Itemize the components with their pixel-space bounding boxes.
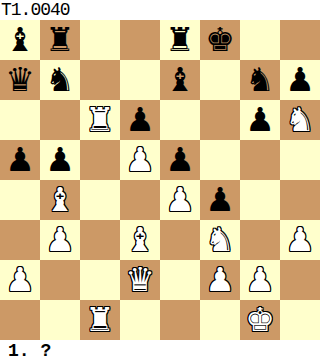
square-b4[interactable]: ♝	[40, 180, 80, 220]
square-b7[interactable]: ♞	[40, 60, 80, 100]
square-a4[interactable]	[0, 180, 40, 220]
square-c5[interactable]	[80, 140, 120, 180]
square-d2[interactable]: ♛	[120, 260, 160, 300]
square-f8[interactable]: ♚	[200, 20, 240, 60]
square-b5[interactable]: ♟	[40, 140, 80, 180]
square-d7[interactable]	[120, 60, 160, 100]
square-h5[interactable]	[280, 140, 320, 180]
white-bishop[interactable]: ♝	[125, 220, 155, 260]
black-bishop[interactable]: ♝	[5, 20, 35, 60]
square-c2[interactable]	[80, 260, 120, 300]
black-pawn[interactable]: ♟	[125, 100, 155, 140]
square-e1[interactable]	[160, 300, 200, 340]
square-b2[interactable]	[40, 260, 80, 300]
square-g3[interactable]	[240, 220, 280, 260]
black-rook[interactable]: ♜	[45, 20, 75, 60]
square-e8[interactable]: ♜	[160, 20, 200, 60]
square-d6[interactable]: ♟	[120, 100, 160, 140]
square-f7[interactable]	[200, 60, 240, 100]
black-bishop[interactable]: ♝	[165, 60, 195, 100]
white-pawn[interactable]: ♟	[165, 180, 195, 220]
white-pawn[interactable]: ♟	[5, 260, 35, 300]
square-d3[interactable]: ♝	[120, 220, 160, 260]
black-knight[interactable]: ♞	[45, 60, 75, 100]
white-king[interactable]: ♚	[245, 300, 275, 340]
square-c8[interactable]	[80, 20, 120, 60]
square-f5[interactable]	[200, 140, 240, 180]
square-a1[interactable]	[0, 300, 40, 340]
square-h8[interactable]	[280, 20, 320, 60]
square-d1[interactable]	[120, 300, 160, 340]
square-h3[interactable]: ♟	[280, 220, 320, 260]
square-c3[interactable]	[80, 220, 120, 260]
square-f1[interactable]	[200, 300, 240, 340]
white-pawn[interactable]: ♟	[125, 140, 155, 180]
square-b6[interactable]	[40, 100, 80, 140]
square-a5[interactable]: ♟	[0, 140, 40, 180]
square-e7[interactable]: ♝	[160, 60, 200, 100]
square-a7[interactable]: ♛	[0, 60, 40, 100]
black-pawn[interactable]: ♟	[45, 140, 75, 180]
white-pawn[interactable]: ♟	[45, 220, 75, 260]
black-king[interactable]: ♚	[205, 20, 235, 60]
square-e4[interactable]: ♟	[160, 180, 200, 220]
black-pawn[interactable]: ♟	[5, 140, 35, 180]
square-e5[interactable]: ♟	[160, 140, 200, 180]
square-a3[interactable]	[0, 220, 40, 260]
puzzle-id: T1.0040	[0, 0, 320, 20]
black-pawn[interactable]: ♟	[165, 140, 195, 180]
black-pawn[interactable]: ♟	[245, 100, 275, 140]
square-f2[interactable]: ♟	[200, 260, 240, 300]
square-g7[interactable]: ♞	[240, 60, 280, 100]
square-g2[interactable]: ♟	[240, 260, 280, 300]
square-d5[interactable]: ♟	[120, 140, 160, 180]
square-c1[interactable]: ♜	[80, 300, 120, 340]
square-e2[interactable]	[160, 260, 200, 300]
square-g8[interactable]	[240, 20, 280, 60]
square-g5[interactable]	[240, 140, 280, 180]
square-f3[interactable]: ♞	[200, 220, 240, 260]
black-pawn[interactable]: ♟	[205, 180, 235, 220]
move-prompt: 1. ?	[0, 340, 320, 360]
square-h2[interactable]	[280, 260, 320, 300]
square-g6[interactable]: ♟	[240, 100, 280, 140]
white-pawn[interactable]: ♟	[205, 260, 235, 300]
square-a6[interactable]	[0, 100, 40, 140]
square-h6[interactable]: ♞	[280, 100, 320, 140]
white-rook[interactable]: ♜	[85, 300, 115, 340]
square-b1[interactable]	[40, 300, 80, 340]
square-h1[interactable]	[280, 300, 320, 340]
white-queen[interactable]: ♛	[125, 260, 155, 300]
white-knight[interactable]: ♞	[205, 220, 235, 260]
black-rook[interactable]: ♜	[165, 20, 195, 60]
white-knight[interactable]: ♞	[285, 100, 315, 140]
square-c7[interactable]	[80, 60, 120, 100]
square-d8[interactable]	[120, 20, 160, 60]
black-pawn[interactable]: ♟	[285, 60, 315, 100]
square-h7[interactable]: ♟	[280, 60, 320, 100]
square-b8[interactable]: ♜	[40, 20, 80, 60]
square-a2[interactable]: ♟	[0, 260, 40, 300]
square-h4[interactable]	[280, 180, 320, 220]
white-bishop[interactable]: ♝	[45, 180, 75, 220]
square-c4[interactable]	[80, 180, 120, 220]
square-e3[interactable]	[160, 220, 200, 260]
black-queen[interactable]: ♛	[5, 60, 35, 100]
white-pawn[interactable]: ♟	[245, 260, 275, 300]
square-f6[interactable]	[200, 100, 240, 140]
square-f4[interactable]: ♟	[200, 180, 240, 220]
square-c6[interactable]: ♜	[80, 100, 120, 140]
white-rook[interactable]: ♜	[85, 100, 115, 140]
square-a8[interactable]: ♝	[0, 20, 40, 60]
square-d4[interactable]	[120, 180, 160, 220]
white-pawn[interactable]: ♟	[285, 220, 315, 260]
square-e6[interactable]	[160, 100, 200, 140]
square-g4[interactable]	[240, 180, 280, 220]
black-knight[interactable]: ♞	[245, 60, 275, 100]
chess-board: ♝♜♜♚♛♞♝♞♟♜♟♟♞♟♟♟♟♝♟♟♟♝♞♟♟♛♟♟♜♚	[0, 20, 320, 340]
square-b3[interactable]: ♟	[40, 220, 80, 260]
square-g1[interactable]: ♚	[240, 300, 280, 340]
